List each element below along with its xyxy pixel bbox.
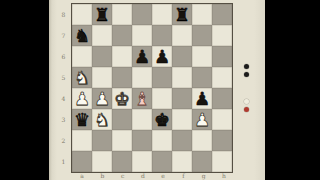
piece-white-pawn: ♟ [74,90,90,108]
piece-white-pawn: ♟ [94,90,110,108]
square-b5[interactable] [92,67,112,88]
square-d3[interactable] [132,109,152,130]
square-f2[interactable] [172,130,192,151]
file-label-d: d [133,172,153,179]
piece-white-pawn: ♟ [194,111,210,129]
square-g5[interactable] [192,67,212,88]
piece-black-rook: ♜ [94,6,110,24]
square-e7[interactable] [152,25,172,46]
square-c2[interactable] [112,130,132,151]
rank-label-6: 6 [57,46,70,67]
square-g4[interactable]: ♟ [192,88,212,109]
rank-labels: 87654321 [57,4,70,172]
square-h4[interactable] [212,88,232,109]
video-frame: 87654321 ♜♜♞♟♟♞♟♟♚♝♟♛♞♚♟ abcdefgh [0,0,320,180]
piece-white-knight: ♞ [74,69,90,87]
rank-label-4: 4 [57,88,70,109]
file-label-f: f [173,172,193,179]
square-b8[interactable]: ♜ [92,4,112,25]
square-h2[interactable] [212,130,232,151]
square-b2[interactable] [92,130,112,151]
square-a3[interactable]: ♛ [72,109,92,130]
square-g1[interactable] [192,151,212,172]
piece-black-pawn: ♟ [134,48,150,66]
piece-white-king: ♚ [114,90,130,108]
square-f8[interactable]: ♜ [172,4,192,25]
square-c4[interactable]: ♚ [112,88,132,109]
square-b6[interactable] [92,46,112,67]
rank-label-7: 7 [57,25,70,46]
square-e5[interactable] [152,67,172,88]
square-e2[interactable] [152,130,172,151]
square-f6[interactable] [172,46,192,67]
square-e8[interactable] [152,4,172,25]
piece-black-pawn: ♟ [154,48,170,66]
piece-black-pawn: ♟ [194,90,210,108]
square-h5[interactable] [212,67,232,88]
piece-black-rook: ♜ [174,6,190,24]
black-dot-1 [244,64,249,69]
square-d8[interactable] [132,4,152,25]
chess-board: ♜♜♞♟♟♞♟♟♚♝♟♛♞♚♟ [71,3,233,173]
square-g6[interactable] [192,46,212,67]
file-label-c: c [113,172,133,179]
rank-label-1: 1 [57,151,70,172]
square-h1[interactable] [212,151,232,172]
red-dot [244,107,249,112]
rank-label-5: 5 [57,67,70,88]
square-a7[interactable]: ♞ [72,25,92,46]
file-label-g: g [194,172,214,179]
rank-label-2: 2 [57,130,70,151]
square-b3[interactable]: ♞ [92,109,112,130]
square-a5[interactable]: ♞ [72,67,92,88]
file-label-h: h [214,172,234,179]
square-a4[interactable]: ♟ [72,88,92,109]
square-b1[interactable] [92,151,112,172]
square-e6[interactable]: ♟ [152,46,172,67]
square-e1[interactable] [152,151,172,172]
file-label-a: a [72,172,92,179]
piece-white-knight: ♞ [94,111,110,129]
square-d6[interactable]: ♟ [132,46,152,67]
file-label-e: e [153,172,173,179]
piece-black-queen: ♛ [74,111,90,129]
square-e3[interactable]: ♚ [152,109,172,130]
square-g8[interactable] [192,4,212,25]
square-d4[interactable]: ♝ [132,88,152,109]
square-d7[interactable] [132,25,152,46]
square-h7[interactable] [212,25,232,46]
piece-white-bishop: ♝ [134,90,150,108]
piece-black-knight: ♞ [74,27,90,45]
square-b7[interactable] [92,25,112,46]
square-c5[interactable] [112,67,132,88]
rank-label-3: 3 [57,109,70,130]
square-f1[interactable] [172,151,192,172]
square-a2[interactable] [72,130,92,151]
square-d1[interactable] [132,151,152,172]
square-c7[interactable] [112,25,132,46]
black-dot-2 [244,72,249,77]
square-f4[interactable] [172,88,192,109]
rank-label-8: 8 [57,4,70,25]
square-a6[interactable] [72,46,92,67]
square-a1[interactable] [72,151,92,172]
square-d2[interactable] [132,130,152,151]
square-f5[interactable] [172,67,192,88]
white-dot [244,99,249,104]
square-e4[interactable] [152,88,172,109]
square-c1[interactable] [112,151,132,172]
piece-black-king: ♚ [154,111,170,129]
square-g2[interactable] [192,130,212,151]
file-labels: abcdefgh [72,172,234,179]
square-f7[interactable] [172,25,192,46]
square-c3[interactable] [112,109,132,130]
square-h6[interactable] [212,46,232,67]
square-d5[interactable] [132,67,152,88]
square-g3[interactable]: ♟ [192,109,212,130]
square-g7[interactable] [192,25,212,46]
square-c8[interactable] [112,4,132,25]
square-f3[interactable] [172,109,192,130]
square-a8[interactable] [72,4,92,25]
square-h3[interactable] [212,109,232,130]
file-label-b: b [92,172,112,179]
square-b4[interactable]: ♟ [92,88,112,109]
square-h8[interactable] [212,4,232,25]
square-c6[interactable] [112,46,132,67]
